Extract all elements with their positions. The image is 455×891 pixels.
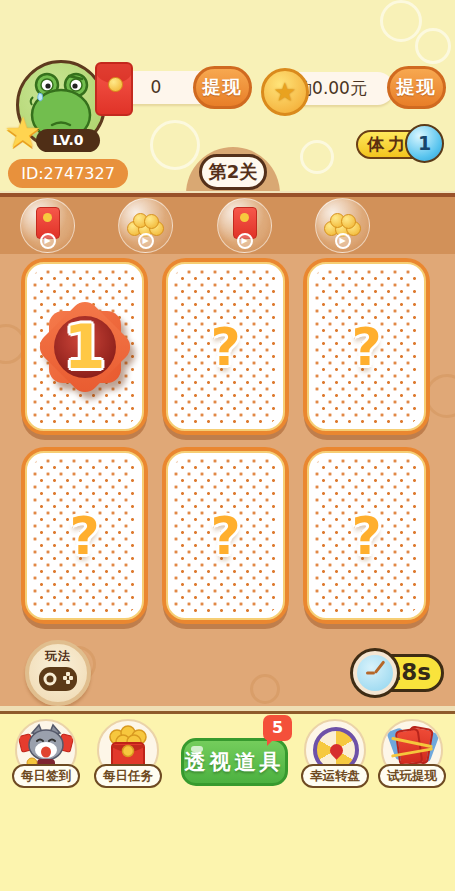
card-1-revealed[interactable]: 1	[21, 258, 148, 435]
doodle	[380, 0, 422, 42]
doodle	[415, 28, 451, 64]
red-packet-icon	[95, 62, 133, 116]
stage-label: 第2关	[199, 154, 267, 190]
question-mark: ?	[351, 510, 381, 562]
bottom-bar: 每日签到 每日任务 透视道具 5 幸运转盘	[0, 711, 455, 891]
coin-withdraw-button[interactable]: 提现	[387, 66, 446, 109]
play-video-icon: ▶	[138, 233, 154, 249]
level-star-icon: ★	[4, 112, 42, 154]
coin-star-icon: ★	[273, 79, 296, 105]
red-packet-withdraw-button[interactable]: 提现	[193, 66, 252, 109]
question-mark: ?	[210, 321, 240, 373]
header-divider	[0, 191, 455, 197]
doodle	[250, 674, 280, 704]
xray-item-count-badge: 5	[263, 715, 292, 741]
doodle	[300, 140, 334, 174]
play-video-icon: ▶	[237, 233, 253, 249]
question-mark: ?	[69, 510, 99, 562]
game-screen: ★ LV.0 ID:2747327 0 提现 约0.00元 ★ 提现 体力 1 …	[0, 0, 455, 891]
reward-bubble-red-packet[interactable]: ▶	[20, 198, 75, 253]
card-6-hidden[interactable]: ?	[303, 447, 430, 624]
red-packet-icon	[395, 728, 424, 767]
number-badge: 1	[33, 295, 137, 399]
gold-coin-icon: ★	[261, 68, 309, 116]
card-number: 1	[33, 295, 137, 399]
top-header: ★ LV.0 ID:2747327 0 提现 约0.00元 ★ 提现 体力 1 …	[0, 0, 455, 191]
reward-bubble-band: ▶ ▶ ▶ ▶	[0, 197, 455, 254]
clock-icon	[350, 648, 400, 698]
player-id: ID:2747327	[8, 159, 128, 188]
doodle	[150, 120, 200, 170]
question-mark: ?	[351, 321, 381, 373]
daily-signin-label: 每日签到	[12, 764, 80, 788]
daily-task-label: 每日任务	[94, 764, 162, 788]
card-3-hidden[interactable]: ?	[303, 258, 430, 435]
trial-withdraw-label: 试玩提现	[378, 764, 446, 788]
question-mark: ?	[210, 510, 240, 562]
play-video-icon: ▶	[40, 233, 56, 249]
reward-bubble-coins[interactable]: ▶	[315, 198, 370, 253]
reward-bubble-coins[interactable]: ▶	[118, 198, 173, 253]
howto-label: 玩法	[29, 648, 87, 665]
lucky-wheel-label: 幸运转盘	[301, 764, 369, 788]
gamepad-icon	[38, 665, 78, 693]
card-5-hidden[interactable]: ?	[162, 447, 289, 624]
play-video-icon: ▶	[335, 233, 351, 249]
stamina-count: 1	[405, 124, 444, 163]
reward-bubble-red-packet[interactable]: ▶	[217, 198, 272, 253]
howto-button[interactable]: 玩法	[25, 640, 91, 706]
level-badge: LV.0	[36, 129, 100, 152]
card-board: 1 ? ? ? ? ?	[0, 254, 455, 711]
card-2-hidden[interactable]: ?	[162, 258, 289, 435]
card-4-hidden[interactable]: ?	[21, 447, 148, 624]
